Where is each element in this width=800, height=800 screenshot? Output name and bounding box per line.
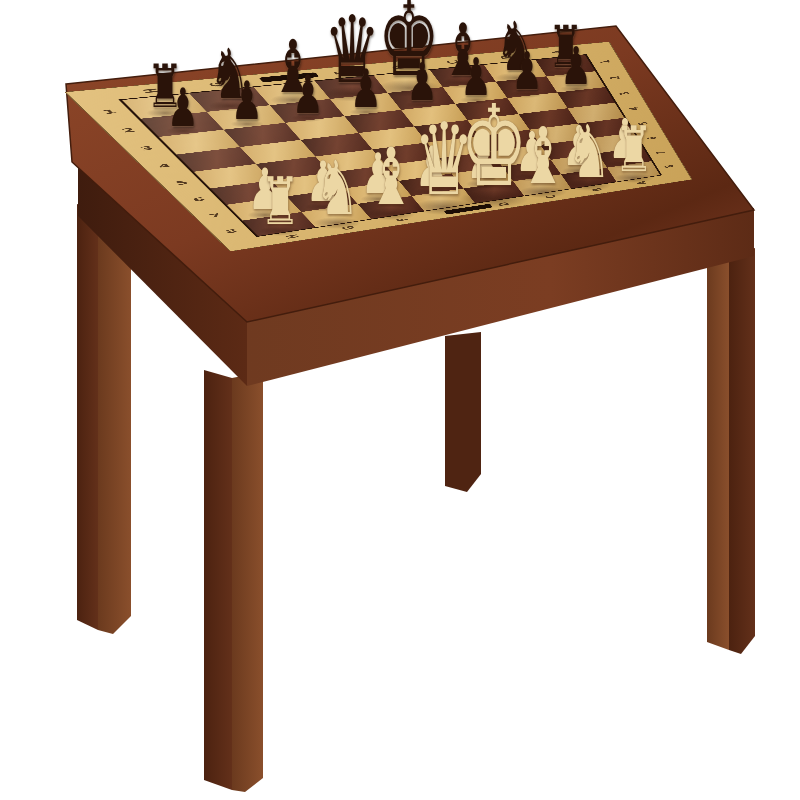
table-leg-face: [98, 206, 131, 634]
table-leg-face: [204, 370, 232, 790]
table-leg-face: [232, 372, 263, 792]
table-leg-face: [707, 250, 729, 650]
table-leg-face: [445, 332, 481, 492]
chess-table-photo: HGFEDCBA1122334455667788HGFEDCBA ♜♞♝♚♟♟♛…: [0, 0, 800, 800]
table-leg-face: [729, 248, 755, 654]
table-leg-face: [77, 204, 98, 630]
